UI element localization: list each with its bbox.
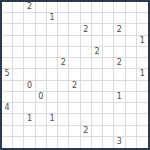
cell-r6c5[interactable] bbox=[58, 69, 69, 80]
cell-r5c12[interactable] bbox=[137, 58, 148, 69]
cell-r2c5[interactable] bbox=[58, 24, 69, 35]
cell-r4c7[interactable] bbox=[81, 47, 92, 58]
cell-r5c6[interactable] bbox=[69, 58, 80, 69]
cell-r6c2[interactable] bbox=[24, 69, 35, 80]
cell-r7c2-clue: 0 bbox=[24, 81, 35, 92]
cell-r0c11[interactable] bbox=[126, 2, 137, 13]
cell-r5c4[interactable] bbox=[47, 58, 58, 69]
cell-r2c1[interactable] bbox=[13, 24, 24, 35]
cell-r0c4[interactable] bbox=[47, 2, 58, 13]
cell-r1c11[interactable] bbox=[126, 13, 137, 24]
cell-r9c10[interactable] bbox=[114, 103, 125, 114]
cell-r3c0[interactable] bbox=[2, 36, 13, 47]
cell-r12c12[interactable] bbox=[137, 137, 148, 148]
cell-r9c5[interactable] bbox=[58, 103, 69, 114]
cell-r9c6[interactable] bbox=[69, 103, 80, 114]
cell-r9c1[interactable] bbox=[13, 103, 24, 114]
cell-r12c6[interactable] bbox=[69, 137, 80, 148]
cell-r12c3[interactable] bbox=[36, 137, 47, 148]
cell-r6c1[interactable] bbox=[13, 69, 24, 80]
cell-r4c1[interactable] bbox=[13, 47, 24, 58]
cell-r4c12[interactable] bbox=[137, 47, 148, 58]
cell-r3c7[interactable] bbox=[81, 36, 92, 47]
cell-r12c11[interactable] bbox=[126, 137, 137, 148]
cell-r2c10-clue: 2 bbox=[114, 24, 125, 35]
cell-r11c7-clue: 2 bbox=[81, 126, 92, 137]
cell-r9c11[interactable] bbox=[126, 103, 137, 114]
cell-r12c10-clue: 3 bbox=[114, 137, 125, 148]
cell-r5c10-clue: 2 bbox=[114, 58, 125, 69]
puzzle-page: 2122122251020141123 bbox=[0, 0, 150, 150]
cell-r0c1[interactable] bbox=[13, 2, 24, 13]
cell-r12c7[interactable] bbox=[81, 137, 92, 148]
cell-r5c9[interactable] bbox=[103, 58, 114, 69]
cell-r0c5[interactable] bbox=[58, 2, 69, 13]
cell-r8c7[interactable] bbox=[81, 92, 92, 103]
cell-r1c10[interactable] bbox=[114, 13, 125, 24]
cell-r4c3[interactable] bbox=[36, 47, 47, 58]
cell-r4c11[interactable] bbox=[126, 47, 137, 58]
cell-r12c8[interactable] bbox=[92, 137, 103, 148]
cell-r5c0[interactable] bbox=[2, 58, 13, 69]
cell-r2c4[interactable] bbox=[47, 24, 58, 35]
cell-r4c4[interactable] bbox=[47, 47, 58, 58]
cell-r8c4[interactable] bbox=[47, 92, 58, 103]
cell-r9c7[interactable] bbox=[81, 103, 92, 114]
cell-r9c2[interactable] bbox=[24, 103, 35, 114]
cell-r10c11[interactable] bbox=[126, 114, 137, 125]
cell-r6c8[interactable] bbox=[92, 69, 103, 80]
cell-r5c11[interactable] bbox=[126, 58, 137, 69]
cell-r7c5[interactable] bbox=[58, 81, 69, 92]
cell-r1c1[interactable] bbox=[13, 13, 24, 24]
cell-r1c2[interactable] bbox=[24, 13, 35, 24]
cell-r7c0[interactable] bbox=[2, 81, 13, 92]
cell-r1c8[interactable] bbox=[92, 13, 103, 24]
cell-r8c5[interactable] bbox=[58, 92, 69, 103]
cell-r3c11[interactable] bbox=[126, 36, 137, 47]
cell-r3c3[interactable] bbox=[36, 36, 47, 47]
cell-r8c0[interactable] bbox=[2, 92, 13, 103]
cell-r8c1[interactable] bbox=[13, 92, 24, 103]
cell-r2c0[interactable] bbox=[2, 24, 13, 35]
cell-r2c2[interactable] bbox=[24, 24, 35, 35]
cell-r10c5[interactable] bbox=[58, 114, 69, 125]
cell-r4c2[interactable] bbox=[24, 47, 35, 58]
cell-r11c8[interactable] bbox=[92, 126, 103, 137]
cell-r10c2-clue: 1 bbox=[24, 114, 35, 125]
cell-r11c3[interactable] bbox=[36, 126, 47, 137]
cell-r6c4[interactable] bbox=[47, 69, 58, 80]
cell-r11c0[interactable] bbox=[2, 126, 13, 137]
cell-r10c10[interactable] bbox=[114, 114, 125, 125]
cell-r10c6[interactable] bbox=[69, 114, 80, 125]
cell-r10c3[interactable] bbox=[36, 114, 47, 125]
cell-r7c4[interactable] bbox=[47, 81, 58, 92]
cell-r10c12[interactable] bbox=[137, 114, 148, 125]
cell-r10c1[interactable] bbox=[13, 114, 24, 125]
cell-r0c10[interactable] bbox=[114, 2, 125, 13]
cell-r10c8[interactable] bbox=[92, 114, 103, 125]
puzzle-board: 2122122251020141123 bbox=[0, 0, 150, 150]
cell-r5c8[interactable] bbox=[92, 58, 103, 69]
cell-r8c3-clue: 0 bbox=[36, 92, 47, 103]
cell-r1c0[interactable] bbox=[2, 13, 13, 24]
cell-r4c8-clue: 2 bbox=[92, 47, 103, 58]
cell-r6c12-clue: 1 bbox=[137, 69, 148, 80]
cell-r3c9[interactable] bbox=[103, 36, 114, 47]
cell-r9c12[interactable] bbox=[137, 103, 148, 114]
cell-r3c12-clue: 1 bbox=[137, 36, 148, 47]
cell-r6c0-clue: 5 bbox=[2, 69, 13, 80]
cell-r2c6[interactable] bbox=[69, 24, 80, 35]
cell-r9c3[interactable] bbox=[36, 103, 47, 114]
cell-r12c2[interactable] bbox=[24, 137, 35, 148]
cell-r0c9[interactable] bbox=[103, 2, 114, 13]
cell-r7c10[interactable] bbox=[114, 81, 125, 92]
cell-r1c9[interactable] bbox=[103, 13, 114, 24]
cell-r9c8[interactable] bbox=[92, 103, 103, 114]
cell-r6c6[interactable] bbox=[69, 69, 80, 80]
cell-r4c6[interactable] bbox=[69, 47, 80, 58]
cell-r12c5[interactable] bbox=[58, 137, 69, 148]
cell-r7c8[interactable] bbox=[92, 81, 103, 92]
cell-r3c5[interactable] bbox=[58, 36, 69, 47]
cell-r10c4-clue: 1 bbox=[47, 114, 58, 125]
cell-r0c3[interactable] bbox=[36, 2, 47, 13]
cell-r6c3[interactable] bbox=[36, 69, 47, 80]
cell-r1c6[interactable] bbox=[69, 13, 80, 24]
cell-r9c9[interactable] bbox=[103, 103, 114, 114]
cell-r10c7[interactable] bbox=[81, 114, 92, 125]
cell-r11c2[interactable] bbox=[24, 126, 35, 137]
cell-r1c12[interactable] bbox=[137, 13, 148, 24]
cell-r0c8[interactable] bbox=[92, 2, 103, 13]
cell-r11c11[interactable] bbox=[126, 126, 137, 137]
cell-r8c9[interactable] bbox=[103, 92, 114, 103]
cell-r6c10[interactable] bbox=[114, 69, 125, 80]
cell-r8c2[interactable] bbox=[24, 92, 35, 103]
cell-r5c2[interactable] bbox=[24, 58, 35, 69]
cell-r5c7[interactable] bbox=[81, 58, 92, 69]
cell-r8c6[interactable] bbox=[69, 92, 80, 103]
cell-r8c12[interactable] bbox=[137, 92, 148, 103]
cell-r11c1[interactable] bbox=[13, 126, 24, 137]
cell-r4c0[interactable] bbox=[2, 47, 13, 58]
cell-r7c1[interactable] bbox=[13, 81, 24, 92]
cell-r3c6[interactable] bbox=[69, 36, 80, 47]
cell-r2c7-clue: 2 bbox=[81, 24, 92, 35]
cell-r1c3[interactable] bbox=[36, 13, 47, 24]
cell-r4c10[interactable] bbox=[114, 47, 125, 58]
cell-r10c0[interactable] bbox=[2, 114, 13, 125]
cell-r10c9[interactable] bbox=[103, 114, 114, 125]
cell-r4c9[interactable] bbox=[103, 47, 114, 58]
cell-r7c9[interactable] bbox=[103, 81, 114, 92]
cell-r3c1[interactable] bbox=[13, 36, 24, 47]
cell-r11c5[interactable] bbox=[58, 126, 69, 137]
cell-r12c9[interactable] bbox=[103, 137, 114, 148]
cell-r11c10[interactable] bbox=[114, 126, 125, 137]
cell-r6c7[interactable] bbox=[81, 69, 92, 80]
cell-r6c9[interactable] bbox=[103, 69, 114, 80]
cell-r3c10[interactable] bbox=[114, 36, 125, 47]
cell-r7c7[interactable] bbox=[81, 81, 92, 92]
cell-r8c8[interactable] bbox=[92, 92, 103, 103]
cell-r12c4[interactable] bbox=[47, 137, 58, 148]
cell-r9c4[interactable] bbox=[47, 103, 58, 114]
cell-r7c6-clue: 2 bbox=[69, 81, 80, 92]
cell-r9c0-clue: 4 bbox=[2, 103, 13, 114]
cell-r0c2-clue: 2 bbox=[24, 2, 35, 13]
cell-r1c7[interactable] bbox=[81, 13, 92, 24]
cell-r12c1[interactable] bbox=[13, 137, 24, 148]
cell-r7c12[interactable] bbox=[137, 81, 148, 92]
cell-r11c6[interactable] bbox=[69, 126, 80, 137]
cell-r3c4[interactable] bbox=[47, 36, 58, 47]
cell-r1c5[interactable] bbox=[58, 13, 69, 24]
cell-r12c0[interactable] bbox=[2, 137, 13, 148]
cell-r0c6[interactable] bbox=[69, 2, 80, 13]
cell-r2c8[interactable] bbox=[92, 24, 103, 35]
cell-r11c4[interactable] bbox=[47, 126, 58, 137]
cell-r7c3[interactable] bbox=[36, 81, 47, 92]
cell-r0c0[interactable] bbox=[2, 2, 13, 13]
cell-r8c10-clue: 1 bbox=[114, 92, 125, 103]
cell-r5c3[interactable] bbox=[36, 58, 47, 69]
cell-r2c11[interactable] bbox=[126, 24, 137, 35]
cell-r7c11[interactable] bbox=[126, 81, 137, 92]
cell-r4c5[interactable] bbox=[58, 47, 69, 58]
cell-r2c9[interactable] bbox=[103, 24, 114, 35]
cell-r11c9[interactable] bbox=[103, 126, 114, 137]
cell-r2c12[interactable] bbox=[137, 24, 148, 35]
cell-r8c11[interactable] bbox=[126, 92, 137, 103]
cell-r3c2[interactable] bbox=[24, 36, 35, 47]
cell-r11c12[interactable] bbox=[137, 126, 148, 137]
cell-r6c11[interactable] bbox=[126, 69, 137, 80]
cell-r1c4-clue: 1 bbox=[47, 13, 58, 24]
cell-r0c12[interactable] bbox=[137, 2, 148, 13]
cell-r2c3[interactable] bbox=[36, 24, 47, 35]
cell-r5c5-clue: 2 bbox=[58, 58, 69, 69]
cell-r3c8[interactable] bbox=[92, 36, 103, 47]
cell-r0c7[interactable] bbox=[81, 2, 92, 13]
cell-r5c1[interactable] bbox=[13, 58, 24, 69]
